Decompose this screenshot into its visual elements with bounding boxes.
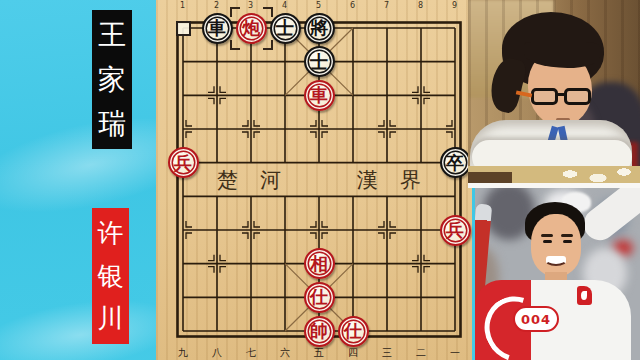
file-label-bottom: 七: [246, 346, 256, 360]
player-name-char: 王: [98, 16, 126, 54]
red-pawn-piece[interactable]: 兵: [168, 147, 199, 178]
player-name-char: 瑞: [98, 105, 126, 143]
file-label-top: 2: [214, 1, 219, 10]
red-general-piece[interactable]: 帥: [304, 316, 335, 347]
black-pawn-piece[interactable]: 卒: [440, 147, 471, 178]
piece-glyph: 士: [276, 19, 294, 37]
glasses-bridge: [556, 93, 565, 96]
file-label-bottom: 三: [382, 346, 392, 360]
piece-glyph: 相: [310, 255, 328, 273]
shirt-emblem: [577, 286, 592, 305]
file-label-top: 5: [316, 1, 321, 10]
player-name-char: 川: [98, 301, 124, 336]
piece-glyph: 兵: [446, 221, 464, 239]
black-general-piece[interactable]: 將: [304, 13, 335, 44]
piece-glyph: 士: [310, 53, 328, 71]
file-label-top: 7: [384, 1, 389, 10]
man-eyebrow: [561, 234, 573, 237]
file-label-top: 4: [282, 1, 287, 10]
black-advisor-piece[interactable]: 士: [304, 46, 335, 77]
file-label-top: 8: [418, 1, 423, 10]
player-name-char: 家: [98, 61, 126, 99]
red-elephant-piece[interactable]: 相: [304, 248, 335, 279]
red-chariot-piece[interactable]: 車: [304, 80, 335, 111]
man-eye: [543, 240, 552, 243]
file-label-bottom: 八: [212, 346, 222, 360]
file-label-top: 3: [248, 1, 253, 10]
river-text-left: 楚河: [217, 166, 303, 194]
piece-glyph: 車: [208, 19, 226, 37]
piece-glyph: 車: [310, 86, 328, 104]
red-pawn-piece[interactable]: 兵: [440, 215, 471, 246]
bib-number: 004: [513, 306, 559, 332]
file-label-bottom: 二: [416, 346, 426, 360]
piece-glyph: 仕: [344, 322, 362, 340]
file-label-bottom: 九: [178, 346, 188, 360]
red-cannon-piece[interactable]: 炮: [236, 13, 267, 44]
player-name-char: 许: [98, 216, 124, 251]
table-edge: [468, 172, 512, 188]
file-label-top: 9: [452, 1, 457, 10]
scene-background: 王家瑞 许银川 楚河 漢界 123456789九八七六五四三二一 車炮士將士車兵…: [0, 0, 640, 360]
file-label-top: 6: [350, 1, 355, 10]
photo-top-player: [468, 0, 640, 188]
piece-glyph: 卒: [446, 154, 464, 172]
photo-bottom-player: 004: [475, 188, 640, 360]
glasses-left-lens: [531, 88, 558, 105]
black-chariot-piece[interactable]: 車: [202, 13, 233, 44]
file-label-bottom: 一: [450, 346, 460, 360]
file-label-bottom: 六: [280, 346, 290, 360]
man-eyebrow: [541, 234, 553, 237]
red-advisor-piece[interactable]: 仕: [338, 316, 369, 347]
bottom-player-name-plate: 许银川: [92, 208, 129, 344]
man-face: [531, 214, 581, 276]
river-text-right: 漢界: [357, 166, 443, 194]
piece-glyph: 炮: [242, 19, 260, 37]
top-player-name-plate: 王家瑞: [92, 10, 132, 149]
table-pieces-and-cups: [556, 162, 640, 188]
piece-glyph: 將: [310, 19, 328, 37]
piece-glyph: 兵: [174, 154, 192, 172]
piece-glyph: 帥: [310, 322, 328, 340]
last-move-origin-marker: [176, 21, 191, 36]
red-advisor-piece[interactable]: 仕: [304, 282, 335, 313]
file-label-top: 1: [180, 1, 185, 10]
file-label-bottom: 四: [348, 346, 358, 360]
file-label-bottom: 五: [314, 346, 324, 360]
piece-glyph: 仕: [310, 288, 328, 306]
black-advisor-piece[interactable]: 士: [270, 13, 301, 44]
player-name-char: 银: [98, 259, 124, 294]
man-smile: [544, 252, 568, 266]
glasses-right-lens: [564, 88, 591, 105]
man-eye: [563, 240, 572, 243]
